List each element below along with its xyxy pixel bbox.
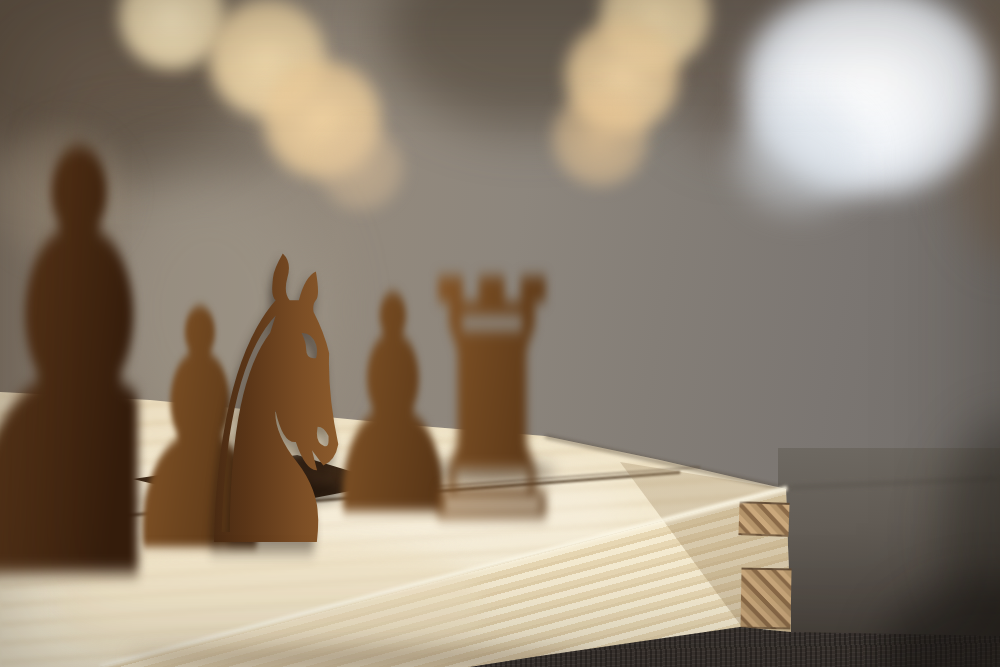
bokeh-light <box>548 86 652 190</box>
photo-canvas: ♟ ♜ ♟ ♞ ♟ <box>0 0 1000 667</box>
chess-piece-pawn-foreground: ♟ <box>0 78 138 663</box>
chess-piece-rook: ♜ <box>396 238 587 568</box>
finger-joint <box>740 568 791 630</box>
window-light-glow <box>735 100 865 210</box>
finger-joint <box>738 501 789 537</box>
